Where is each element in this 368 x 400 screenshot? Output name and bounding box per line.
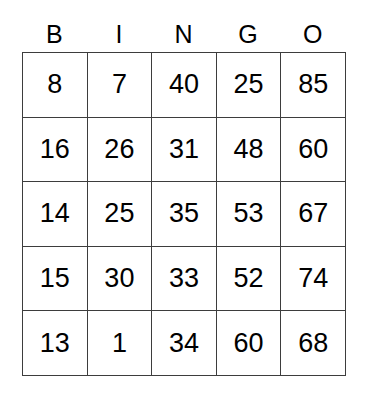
bingo-cell[interactable]: 40	[152, 53, 217, 118]
bingo-cell[interactable]: 74	[281, 247, 346, 312]
bingo-card-page: B I N G O 8 7 40 25 85 16 26 31 48 60 14…	[0, 0, 368, 400]
column-letter-b: B	[22, 16, 87, 52]
bingo-cell[interactable]: 67	[281, 182, 346, 247]
bingo-card: B I N G O 8 7 40 25 85 16 26 31 48 60 14…	[22, 16, 346, 376]
bingo-cell[interactable]: 15	[23, 247, 88, 312]
bingo-grid: 8 7 40 25 85 16 26 31 48 60 14 25 35 53 …	[22, 52, 346, 376]
bingo-cell[interactable]: 33	[152, 247, 217, 312]
bingo-cell[interactable]: 60	[217, 311, 282, 376]
bingo-cell[interactable]: 85	[281, 53, 346, 118]
bingo-cell[interactable]: 68	[281, 311, 346, 376]
bingo-cell[interactable]: 35	[152, 182, 217, 247]
bingo-cell[interactable]: 34	[152, 311, 217, 376]
bingo-cell[interactable]: 30	[88, 247, 153, 312]
bingo-cell[interactable]: 25	[217, 53, 282, 118]
bingo-cell[interactable]: 60	[281, 118, 346, 183]
bingo-cell[interactable]: 53	[217, 182, 282, 247]
bingo-header-row: B I N G O	[22, 16, 346, 52]
column-letter-o: O	[280, 16, 345, 52]
bingo-cell[interactable]: 14	[23, 182, 88, 247]
bingo-cell[interactable]: 1	[88, 311, 153, 376]
bingo-cell[interactable]: 52	[217, 247, 282, 312]
column-letter-i: I	[87, 16, 152, 52]
bingo-cell[interactable]: 25	[88, 182, 153, 247]
column-letter-g: G	[216, 16, 281, 52]
bingo-cell[interactable]: 26	[88, 118, 153, 183]
column-letter-n: N	[151, 16, 216, 52]
bingo-cell[interactable]: 13	[23, 311, 88, 376]
bingo-cell[interactable]: 7	[88, 53, 153, 118]
bingo-cell[interactable]: 48	[217, 118, 282, 183]
bingo-cell[interactable]: 8	[23, 53, 88, 118]
bingo-cell[interactable]: 16	[23, 118, 88, 183]
bingo-cell[interactable]: 31	[152, 118, 217, 183]
